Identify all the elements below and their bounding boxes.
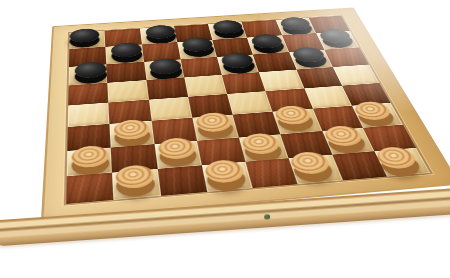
square-c1[interactable] — [157, 165, 207, 196]
light-checker-b3[interactable] — [114, 119, 151, 141]
light-checker-f1[interactable] — [289, 151, 334, 175]
square-d1[interactable] — [202, 162, 253, 192]
light-checker-d1[interactable] — [203, 159, 246, 184]
clasp-hole — [264, 214, 270, 219]
square-d3[interactable] — [192, 115, 239, 141]
square-c2[interactable] — [154, 141, 202, 169]
dark-checker-f7[interactable] — [250, 34, 285, 50]
dark-checker-c6[interactable] — [148, 58, 182, 75]
light-checker-e2[interactable] — [240, 132, 282, 155]
light-checker-h3[interactable] — [352, 101, 394, 121]
photo-canvas — [0, 0, 450, 278]
dark-checker-h7[interactable] — [317, 28, 353, 43]
light-checker-g2[interactable] — [321, 125, 364, 147]
light-checker-d3[interactable] — [195, 112, 234, 133]
dark-checker-g8[interactable] — [278, 17, 312, 32]
dark-checker-g6[interactable] — [290, 46, 327, 62]
square-a2[interactable] — [67, 147, 112, 176]
square-b1[interactable] — [112, 169, 160, 200]
dark-checker-b7[interactable] — [111, 42, 143, 58]
dark-checker-e6[interactable] — [220, 52, 255, 69]
checkers-board — [41, 8, 450, 222]
dark-checker-a6[interactable] — [75, 61, 107, 79]
dark-checker-d7[interactable] — [181, 37, 214, 53]
dark-checker-a8[interactable] — [70, 28, 100, 43]
light-checker-c2[interactable] — [157, 137, 197, 160]
square-b3[interactable] — [110, 121, 154, 147]
board-grid — [66, 16, 430, 204]
square-a1[interactable] — [66, 172, 113, 203]
dark-checker-c8[interactable] — [145, 25, 176, 40]
dark-checker-e8[interactable] — [212, 20, 245, 35]
